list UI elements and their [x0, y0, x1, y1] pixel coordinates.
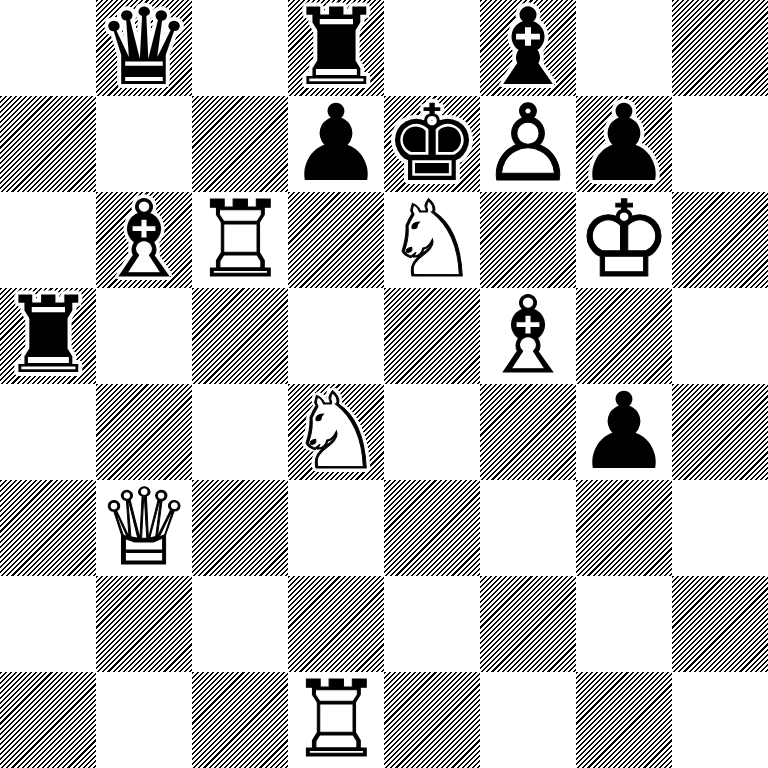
- square-e3[interactable]: [384, 480, 480, 576]
- square-g1[interactable]: [576, 672, 672, 768]
- square-c2[interactable]: [192, 576, 288, 672]
- square-b2[interactable]: [96, 576, 192, 672]
- square-c3[interactable]: [192, 480, 288, 576]
- square-d6[interactable]: [288, 192, 384, 288]
- piece-white-rook: ♜♖: [192, 192, 288, 288]
- square-e4[interactable]: [384, 384, 480, 480]
- square-e2[interactable]: [384, 576, 480, 672]
- square-f2[interactable]: [480, 576, 576, 672]
- square-a3[interactable]: [0, 480, 96, 576]
- square-b8[interactable]: ♛: [96, 0, 192, 96]
- square-a2[interactable]: [0, 576, 96, 672]
- square-h6[interactable]: [672, 192, 768, 288]
- square-a1[interactable]: [0, 672, 96, 768]
- square-c4[interactable]: [192, 384, 288, 480]
- piece-white-bishop: ♝♗: [96, 192, 192, 288]
- square-h3[interactable]: [672, 480, 768, 576]
- square-h8[interactable]: [672, 0, 768, 96]
- square-h1[interactable]: [672, 672, 768, 768]
- piece-black-pawn: ♟: [576, 384, 672, 480]
- piece-white-queen: ♛♕: [96, 480, 192, 576]
- square-d4[interactable]: ♞♘: [288, 384, 384, 480]
- square-b6[interactable]: ♝♗: [96, 192, 192, 288]
- square-d3[interactable]: [288, 480, 384, 576]
- square-f5[interactable]: ♝♗: [480, 288, 576, 384]
- piece-white-knight: ♞♘: [384, 192, 480, 288]
- square-h2[interactable]: [672, 576, 768, 672]
- square-c6[interactable]: ♜♖: [192, 192, 288, 288]
- piece-white-pawn: ♟♙: [480, 96, 576, 192]
- square-b3[interactable]: ♛♕: [96, 480, 192, 576]
- piece-white-rook: ♜♖: [288, 672, 384, 768]
- piece-white-bishop: ♝♗: [480, 288, 576, 384]
- square-f1[interactable]: [480, 672, 576, 768]
- square-g6[interactable]: ♚♔: [576, 192, 672, 288]
- square-d1[interactable]: ♜♖: [288, 672, 384, 768]
- square-g2[interactable]: [576, 576, 672, 672]
- piece-black-pawn: ♟: [288, 96, 384, 192]
- square-a4[interactable]: [0, 384, 96, 480]
- piece-white-king: ♚♔: [576, 192, 672, 288]
- square-e1[interactable]: [384, 672, 480, 768]
- square-f3[interactable]: [480, 480, 576, 576]
- square-h7[interactable]: [672, 96, 768, 192]
- square-e6[interactable]: ♞♘: [384, 192, 480, 288]
- square-a8[interactable]: [0, 0, 96, 96]
- square-d7[interactable]: ♟: [288, 96, 384, 192]
- piece-black-rook: ♜: [0, 288, 96, 384]
- piece-black-queen: ♛: [96, 0, 192, 96]
- square-c1[interactable]: [192, 672, 288, 768]
- piece-white-knight: ♞♘: [288, 384, 384, 480]
- square-g4[interactable]: ♟: [576, 384, 672, 480]
- square-c5[interactable]: [192, 288, 288, 384]
- square-g3[interactable]: [576, 480, 672, 576]
- square-a7[interactable]: [0, 96, 96, 192]
- square-h5[interactable]: [672, 288, 768, 384]
- square-e5[interactable]: [384, 288, 480, 384]
- chess-board: ♛♜♝♟♚♟♙♟♝♗♜♖♞♘♚♔♜♝♗♞♘♟♛♕♜♖: [0, 0, 768, 768]
- square-f4[interactable]: [480, 384, 576, 480]
- square-h4[interactable]: [672, 384, 768, 480]
- square-a5[interactable]: ♜: [0, 288, 96, 384]
- square-f7[interactable]: ♟♙: [480, 96, 576, 192]
- square-b1[interactable]: [96, 672, 192, 768]
- square-c8[interactable]: [192, 0, 288, 96]
- square-b5[interactable]: [96, 288, 192, 384]
